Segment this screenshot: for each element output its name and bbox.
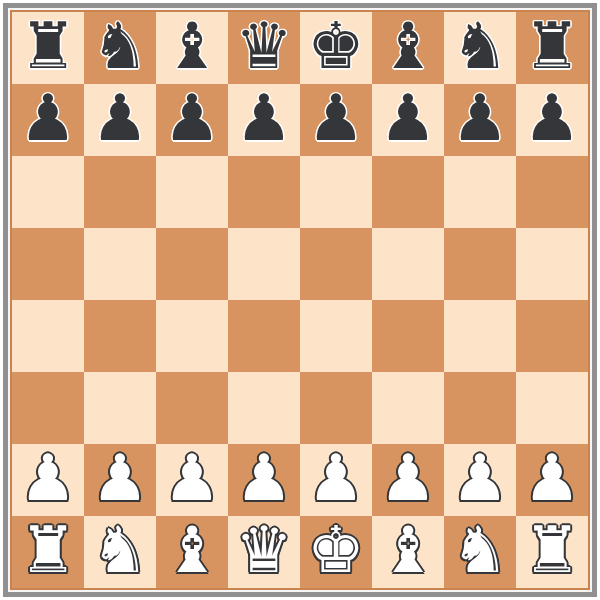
square-c7[interactable]: ♟ bbox=[156, 84, 228, 156]
piece-black-pawn[interactable]: ♟ bbox=[379, 86, 436, 150]
square-a8[interactable]: ♜ bbox=[12, 12, 84, 84]
square-c4[interactable] bbox=[156, 300, 228, 372]
square-f2[interactable]: ♟ bbox=[372, 444, 444, 516]
square-d5[interactable] bbox=[228, 228, 300, 300]
square-c5[interactable] bbox=[156, 228, 228, 300]
square-b6[interactable] bbox=[84, 156, 156, 228]
square-e3[interactable] bbox=[300, 372, 372, 444]
square-h2[interactable]: ♟ bbox=[516, 444, 588, 516]
square-a5[interactable] bbox=[12, 228, 84, 300]
square-e8[interactable]: ♚ bbox=[300, 12, 372, 84]
square-f5[interactable] bbox=[372, 228, 444, 300]
chess-board: ♜♞♝♛♚♝♞♜♟♟♟♟♟♟♟♟♟♟♟♟♟♟♟♟♜♞♝♛♚♝♞♜ bbox=[12, 12, 588, 588]
piece-black-pawn[interactable]: ♟ bbox=[235, 86, 292, 150]
square-b8[interactable]: ♞ bbox=[84, 12, 156, 84]
board-frame-outer: ♜♞♝♛♚♝♞♜♟♟♟♟♟♟♟♟♟♟♟♟♟♟♟♟♜♞♝♛♚♝♞♜ bbox=[0, 0, 600, 600]
square-a7[interactable]: ♟ bbox=[12, 84, 84, 156]
square-c8[interactable]: ♝ bbox=[156, 12, 228, 84]
square-c1[interactable]: ♝ bbox=[156, 516, 228, 588]
square-b7[interactable]: ♟ bbox=[84, 84, 156, 156]
square-d6[interactable] bbox=[228, 156, 300, 228]
square-e5[interactable] bbox=[300, 228, 372, 300]
piece-black-queen[interactable]: ♛ bbox=[235, 14, 292, 78]
piece-black-rook[interactable]: ♜ bbox=[523, 14, 580, 78]
piece-white-pawn[interactable]: ♟ bbox=[163, 446, 220, 510]
square-h7[interactable]: ♟ bbox=[516, 84, 588, 156]
square-h5[interactable] bbox=[516, 228, 588, 300]
piece-black-pawn[interactable]: ♟ bbox=[91, 86, 148, 150]
piece-black-king[interactable]: ♚ bbox=[307, 14, 364, 78]
square-f1[interactable]: ♝ bbox=[372, 516, 444, 588]
square-g5[interactable] bbox=[444, 228, 516, 300]
square-b4[interactable] bbox=[84, 300, 156, 372]
square-g4[interactable] bbox=[444, 300, 516, 372]
piece-white-queen[interactable]: ♛ bbox=[235, 518, 292, 582]
piece-white-bishop[interactable]: ♝ bbox=[163, 518, 220, 582]
piece-black-bishop[interactable]: ♝ bbox=[163, 14, 220, 78]
piece-black-pawn[interactable]: ♟ bbox=[163, 86, 220, 150]
piece-black-knight[interactable]: ♞ bbox=[451, 14, 508, 78]
board-frame-inner: ♜♞♝♛♚♝♞♜♟♟♟♟♟♟♟♟♟♟♟♟♟♟♟♟♜♞♝♛♚♝♞♜ bbox=[8, 8, 592, 592]
square-a2[interactable]: ♟ bbox=[12, 444, 84, 516]
square-e7[interactable]: ♟ bbox=[300, 84, 372, 156]
piece-white-knight[interactable]: ♞ bbox=[451, 518, 508, 582]
square-b5[interactable] bbox=[84, 228, 156, 300]
square-f7[interactable]: ♟ bbox=[372, 84, 444, 156]
square-h8[interactable]: ♜ bbox=[516, 12, 588, 84]
piece-black-pawn[interactable]: ♟ bbox=[451, 86, 508, 150]
square-e6[interactable] bbox=[300, 156, 372, 228]
piece-black-pawn[interactable]: ♟ bbox=[523, 86, 580, 150]
square-a1[interactable]: ♜ bbox=[12, 516, 84, 588]
square-e2[interactable]: ♟ bbox=[300, 444, 372, 516]
square-f3[interactable] bbox=[372, 372, 444, 444]
square-h4[interactable] bbox=[516, 300, 588, 372]
piece-white-pawn[interactable]: ♟ bbox=[235, 446, 292, 510]
square-d2[interactable]: ♟ bbox=[228, 444, 300, 516]
piece-white-bishop[interactable]: ♝ bbox=[379, 518, 436, 582]
square-g8[interactable]: ♞ bbox=[444, 12, 516, 84]
square-f6[interactable] bbox=[372, 156, 444, 228]
square-g7[interactable]: ♟ bbox=[444, 84, 516, 156]
square-f8[interactable]: ♝ bbox=[372, 12, 444, 84]
square-g1[interactable]: ♞ bbox=[444, 516, 516, 588]
piece-white-rook[interactable]: ♜ bbox=[19, 518, 76, 582]
square-c3[interactable] bbox=[156, 372, 228, 444]
square-b3[interactable] bbox=[84, 372, 156, 444]
square-g3[interactable] bbox=[444, 372, 516, 444]
piece-white-pawn[interactable]: ♟ bbox=[523, 446, 580, 510]
board-border: ♜♞♝♛♚♝♞♜♟♟♟♟♟♟♟♟♟♟♟♟♟♟♟♟♜♞♝♛♚♝♞♜ bbox=[10, 10, 590, 590]
square-c6[interactable] bbox=[156, 156, 228, 228]
square-h6[interactable] bbox=[516, 156, 588, 228]
piece-white-knight[interactable]: ♞ bbox=[91, 518, 148, 582]
piece-black-pawn[interactable]: ♟ bbox=[307, 86, 364, 150]
square-e1[interactable]: ♚ bbox=[300, 516, 372, 588]
square-d8[interactable]: ♛ bbox=[228, 12, 300, 84]
piece-black-rook[interactable]: ♜ bbox=[19, 14, 76, 78]
piece-white-king[interactable]: ♚ bbox=[307, 518, 364, 582]
piece-white-pawn[interactable]: ♟ bbox=[379, 446, 436, 510]
square-h1[interactable]: ♜ bbox=[516, 516, 588, 588]
square-h3[interactable] bbox=[516, 372, 588, 444]
square-g6[interactable] bbox=[444, 156, 516, 228]
piece-black-knight[interactable]: ♞ bbox=[91, 14, 148, 78]
piece-white-pawn[interactable]: ♟ bbox=[451, 446, 508, 510]
piece-black-bishop[interactable]: ♝ bbox=[379, 14, 436, 78]
square-c2[interactable]: ♟ bbox=[156, 444, 228, 516]
square-f4[interactable] bbox=[372, 300, 444, 372]
square-e4[interactable] bbox=[300, 300, 372, 372]
piece-black-pawn[interactable]: ♟ bbox=[19, 86, 76, 150]
square-d3[interactable] bbox=[228, 372, 300, 444]
square-d7[interactable]: ♟ bbox=[228, 84, 300, 156]
square-d1[interactable]: ♛ bbox=[228, 516, 300, 588]
square-b2[interactable]: ♟ bbox=[84, 444, 156, 516]
square-b1[interactable]: ♞ bbox=[84, 516, 156, 588]
square-a6[interactable] bbox=[12, 156, 84, 228]
piece-white-pawn[interactable]: ♟ bbox=[19, 446, 76, 510]
square-a4[interactable] bbox=[12, 300, 84, 372]
piece-white-pawn[interactable]: ♟ bbox=[307, 446, 364, 510]
square-a3[interactable] bbox=[12, 372, 84, 444]
board-frame-gray: ♜♞♝♛♚♝♞♜♟♟♟♟♟♟♟♟♟♟♟♟♟♟♟♟♜♞♝♛♚♝♞♜ bbox=[3, 3, 597, 597]
square-g2[interactable]: ♟ bbox=[444, 444, 516, 516]
piece-white-rook[interactable]: ♜ bbox=[523, 518, 580, 582]
piece-white-pawn[interactable]: ♟ bbox=[91, 446, 148, 510]
square-d4[interactable] bbox=[228, 300, 300, 372]
